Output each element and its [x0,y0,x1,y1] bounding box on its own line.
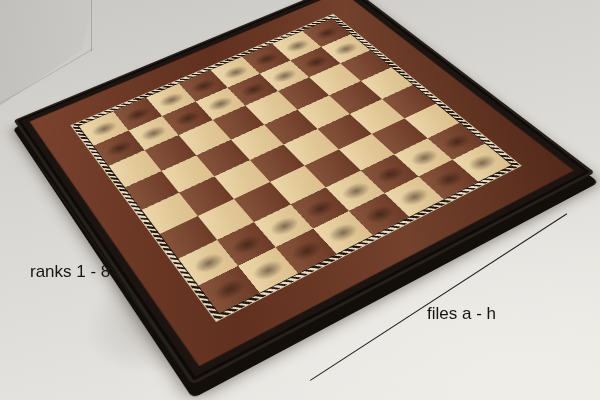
board-perspective-wrapper: ♜♞♝♛♚♝♞♜♟♟♟♟♟♟♟♟♟♟♟♟♟♟♟♟♜♞♝♛♚♝♞♜ [0,0,600,400]
square-a6[interactable] [109,150,161,187]
border-inlay: ♜♞♝♛♚♝♞♜♟♟♟♟♟♟♟♟♟♟♟♟♟♟♟♟♜♞♝♛♚♝♞♜ [70,14,521,322]
chess-scene: ♜♞♝♛♚♝♞♜♟♟♟♟♟♟♟♟♟♟♟♟♟♟♟♟♜♞♝♛♚♝♞♜ [0,0,600,400]
ranks-label: ranks 1 - 8 [30,262,110,282]
photo-background: ♜♞♝♛♚♝♞♜♟♟♟♟♟♟♟♟♟♟♟♟♟♟♟♟♜♞♝♛♚♝♞♜ ranks 1… [0,0,600,400]
board-grid: ♜♞♝♛♚♝♞♜♟♟♟♟♟♟♟♟♟♟♟♟♟♟♟♟♜♞♝♛♚♝♞♜ [79,19,511,314]
square-b6[interactable] [144,135,196,171]
chess-board: ♜♞♝♛♚♝♞♜♟♟♟♟♟♟♟♟♟♟♟♟♟♟♟♟♜♞♝♛♚♝♞♜ [14,0,595,385]
square-a1[interactable]: ♜ [198,266,259,313]
square-c4[interactable] [214,160,269,198]
files-label: files a - h [427,304,496,324]
